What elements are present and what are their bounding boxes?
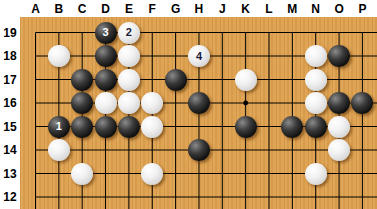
row-label-17: 17: [3, 74, 16, 86]
move-number-4: 4: [196, 51, 202, 62]
col-label-M: M: [287, 3, 297, 15]
col-label-D: D: [101, 3, 110, 15]
stone-black-B15: 1: [48, 116, 70, 138]
stone-black-E15: [118, 116, 140, 138]
star-point-K16: [243, 101, 248, 106]
stone-black-H14: [188, 139, 210, 161]
col-label-C: C: [78, 3, 87, 15]
col-label-L: L: [265, 3, 272, 15]
col-label-O: O: [334, 3, 343, 15]
stone-black-D19: 3: [95, 22, 117, 44]
stone-black-O16: [328, 92, 350, 114]
move-number-3: 3: [102, 27, 108, 38]
col-label-P: P: [358, 3, 366, 15]
col-label-F: F: [149, 3, 156, 15]
move-number-1: 1: [56, 121, 62, 132]
go-diagram: ABCDEFGHJKLMNOP1918171615141312 3241: [0, 0, 377, 209]
stone-black-C15: [71, 116, 93, 138]
row-label-19: 19: [3, 27, 16, 39]
col-label-A: A: [31, 3, 40, 15]
stone-white-N18: [305, 45, 327, 67]
stone-black-M15: [281, 116, 303, 138]
row-label-13: 13: [3, 168, 16, 180]
stone-black-H16: [188, 92, 210, 114]
stone-white-N16: [305, 92, 327, 114]
stone-black-D18: [95, 45, 117, 67]
stone-white-O14: [328, 139, 350, 161]
col-label-G: G: [171, 3, 180, 15]
stone-black-G17: [165, 69, 187, 91]
stone-white-B14: [48, 139, 70, 161]
stone-white-N13: [305, 163, 327, 185]
row-label-12: 12: [3, 191, 16, 203]
move-number-2: 2: [126, 27, 132, 38]
stone-white-E17: [118, 69, 140, 91]
stone-white-C13: [71, 163, 93, 185]
stone-white-O15: [328, 116, 350, 138]
stone-white-E18: [118, 45, 140, 67]
row-label-15: 15: [3, 121, 16, 133]
col-label-K: K: [241, 3, 250, 15]
stone-black-O18: [328, 45, 350, 67]
col-label-J: J: [219, 3, 226, 15]
stone-white-D16: [95, 92, 117, 114]
stone-white-E19: 2: [118, 22, 140, 44]
stone-white-N17: [305, 69, 327, 91]
stone-black-D15: [95, 116, 117, 138]
stone-white-B18: [48, 45, 70, 67]
stone-black-N15: [305, 116, 327, 138]
stone-white-H18: 4: [188, 45, 210, 67]
stone-white-F13: [141, 163, 163, 185]
row-label-18: 18: [3, 50, 16, 62]
col-label-N: N: [311, 3, 320, 15]
col-label-B: B: [55, 3, 64, 15]
stone-white-E16: [118, 92, 140, 114]
stone-black-C17: [71, 69, 93, 91]
col-label-E: E: [125, 3, 133, 15]
stone-white-F15: [141, 116, 163, 138]
col-label-H: H: [195, 3, 204, 15]
stone-black-D17: [95, 69, 117, 91]
row-label-16: 16: [3, 97, 16, 109]
row-label-14: 14: [3, 144, 16, 156]
stone-white-K17: [235, 69, 257, 91]
stone-black-K15: [235, 116, 257, 138]
